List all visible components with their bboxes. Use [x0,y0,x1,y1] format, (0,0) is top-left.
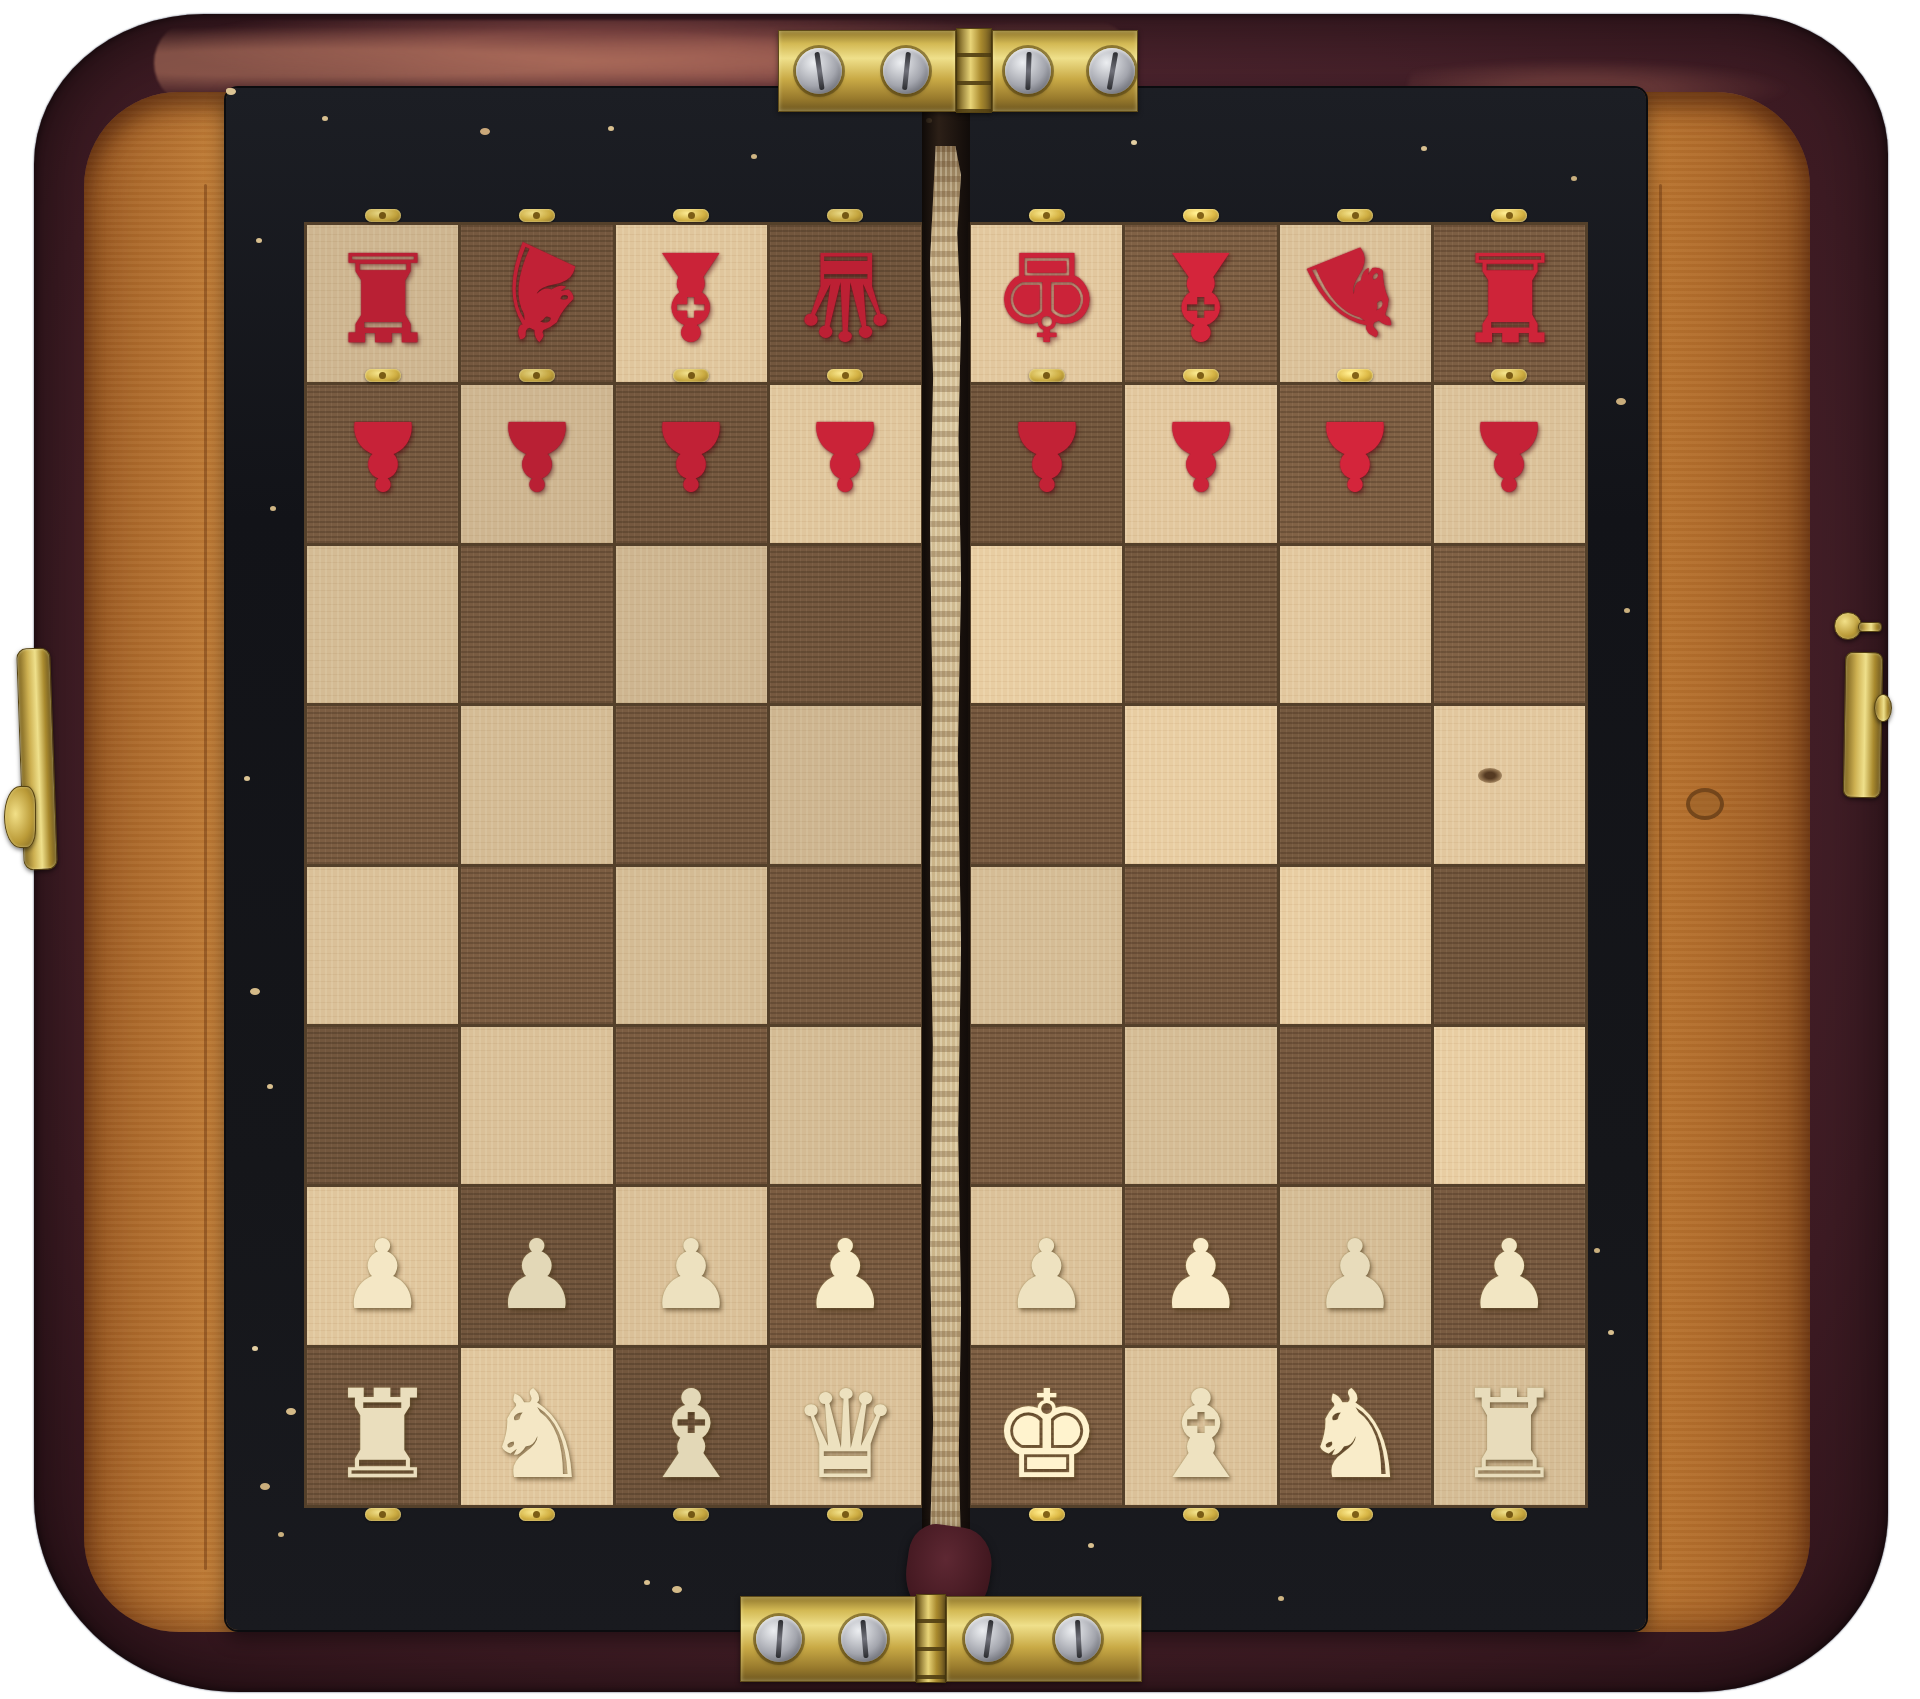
piece-red-bishop[interactable]: ♝ [616,216,767,373]
brass-peg-icon [519,1508,555,1521]
square-e5[interactable] [971,706,1122,863]
pawn-glyph: ♟ [340,407,426,503]
square-d7[interactable]: ♟ [770,385,921,542]
brass-peg-icon [1029,209,1065,222]
bishop-glyph: ♝ [1146,234,1255,356]
hinge-plate [946,1596,1142,1682]
square-c2[interactable]: ♟ [616,1187,767,1344]
piece-white-rook[interactable]: ♜ [307,1357,458,1514]
square-h7[interactable]: ♟ [1434,385,1585,542]
piece-red-rook[interactable]: ♜ [1434,216,1585,373]
piece-red-knight[interactable]: ♞ [461,216,612,373]
brass-peg-icon [519,369,555,382]
square-h4[interactable] [1434,867,1585,1024]
square-c3[interactable] [616,1027,767,1184]
pawn-glyph: ♟ [802,407,888,503]
piece-white-bishop[interactable]: ♝ [1125,1357,1276,1514]
square-h8[interactable]: ♜ [1434,225,1585,382]
left-clasp-knob [4,786,36,848]
brass-peg-icon [673,1508,709,1521]
brass-peg-icon [365,369,401,382]
hinge-plate [778,30,956,112]
square-g6[interactable] [1280,546,1431,703]
piece-white-knight[interactable]: ♞ [461,1357,612,1514]
square-b3[interactable] [461,1027,612,1184]
piece-red-queen[interactable]: ♛ [770,216,921,373]
square-h6[interactable] [1434,546,1585,703]
square-a8[interactable]: ♜ [307,225,458,382]
square-h3[interactable] [1434,1027,1585,1184]
pawn-glyph: ♟ [1004,407,1090,503]
square-f2[interactable]: ♟ [1125,1187,1276,1344]
screw-icon [756,1616,802,1662]
square-a6[interactable] [307,546,458,703]
square-b4[interactable] [461,867,612,1024]
center-fold [922,88,970,1630]
square-b8[interactable]: ♞ [461,225,612,382]
square-c5[interactable] [616,706,767,863]
square-b5[interactable] [461,706,612,863]
square-c8[interactable]: ♝ [616,225,767,382]
square-e1[interactable]: ♚ [971,1348,1122,1505]
pawn-glyph: ♟ [1158,407,1244,503]
square-a5[interactable] [307,706,458,863]
pawn-glyph: ♟ [1312,1227,1398,1323]
screw-icon [965,1616,1011,1662]
knight-glyph: ♞ [482,1374,591,1496]
square-c7[interactable]: ♟ [616,385,767,542]
rook-glyph: ♜ [328,1374,437,1496]
square-f1[interactable]: ♝ [1125,1348,1276,1505]
brass-peg-icon [1337,369,1373,382]
piece-red-knight[interactable]: ♞ [1280,216,1431,373]
piece-red-pawn[interactable]: ♟ [1125,376,1276,533]
square-g3[interactable] [1280,1027,1431,1184]
square-b2[interactable]: ♟ [461,1187,612,1344]
lining-seam-right [1659,184,1662,1570]
square-g2[interactable]: ♟ [1280,1187,1431,1344]
brass-peg-icon [1337,1508,1373,1521]
knight-glyph: ♞ [462,216,613,373]
king-glyph: ♚ [992,1374,1101,1496]
screw-icon [1005,48,1051,94]
wood-knot [1478,768,1502,783]
queen-glyph: ♛ [791,1374,900,1496]
piece-white-pawn[interactable]: ♟ [1280,1196,1431,1353]
hinge-plate [740,1596,916,1682]
top-hinge [778,30,1138,112]
pawn-glyph: ♟ [494,407,580,503]
travel-chess-set-photo: ♜♞♝♛♟♟♟♟♟♟♟♟♜♞♝♛ ♚♝♞♜♟♟♟♟♟♟♟♟♚♝♞♜ [0,0,1920,1699]
bishop-glyph: ♝ [1146,1374,1255,1496]
piece-red-pawn[interactable]: ♟ [1280,376,1431,533]
square-e3[interactable] [971,1027,1122,1184]
piece-red-pawn[interactable]: ♟ [770,376,921,533]
knight-glyph: ♞ [1282,218,1429,372]
right-clasp-bump [1874,694,1892,722]
piece-white-rook[interactable]: ♜ [1434,1357,1585,1514]
square-d5[interactable] [770,706,921,863]
hinge-knuckle [956,28,992,113]
square-g7[interactable]: ♟ [1280,385,1431,542]
pawn-glyph: ♟ [1312,407,1398,503]
rook-glyph: ♜ [1455,1374,1564,1496]
brass-peg-icon [827,1508,863,1521]
chessboard-right-leaf: ♚♝♞♜♟♟♟♟♟♟♟♟♚♝♞♜ [968,222,1588,1508]
square-f3[interactable] [1125,1027,1276,1184]
square-d8[interactable]: ♛ [770,225,921,382]
rook-glyph: ♜ [1455,234,1564,356]
square-f6[interactable] [1125,546,1276,703]
square-d1[interactable]: ♛ [770,1348,921,1505]
piece-red-pawn[interactable]: ♟ [1434,376,1585,533]
square-d2[interactable]: ♟ [770,1187,921,1344]
screw-icon [1089,48,1135,94]
chessboard-left-leaf: ♜♞♝♛♟♟♟♟♟♟♟♟♜♞♝♛ [304,222,924,1508]
square-e6[interactable] [971,546,1122,703]
brass-peg-icon [365,1508,401,1521]
piece-white-pawn[interactable]: ♟ [770,1196,921,1353]
brass-peg-icon [1491,209,1527,222]
hinge-plate [992,30,1138,112]
square-f5[interactable] [1125,706,1276,863]
brass-peg-icon [1491,1508,1527,1521]
brass-peg-icon [1491,369,1527,382]
square-a1[interactable]: ♜ [307,1348,458,1505]
piece-red-rook[interactable]: ♜ [307,216,458,373]
piece-white-pawn[interactable]: ♟ [461,1196,612,1353]
piece-red-bishop[interactable]: ♝ [1125,216,1276,373]
square-b1[interactable]: ♞ [461,1348,612,1505]
screw-icon [1055,1616,1101,1662]
pawn-glyph: ♟ [648,407,734,503]
square-a2[interactable]: ♟ [307,1187,458,1344]
pawn-glyph: ♟ [494,1227,580,1323]
brass-peg-icon [827,209,863,222]
piece-red-pawn[interactable]: ♟ [307,376,458,533]
brass-peg-icon [365,209,401,222]
screw-icon [841,1616,887,1662]
square-e2[interactable]: ♟ [971,1187,1122,1344]
square-d4[interactable] [770,867,921,1024]
square-b6[interactable] [461,546,612,703]
screw-icon [883,48,929,94]
brass-peg-icon [827,369,863,382]
right-clasp [1843,652,1884,799]
pawn-glyph: ♟ [1466,1227,1552,1323]
square-f4[interactable] [1125,867,1276,1024]
piece-white-pawn[interactable]: ♟ [307,1196,458,1353]
brass-peg-icon [1029,369,1065,382]
piece-white-pawn[interactable]: ♟ [1125,1196,1276,1353]
brass-peg-icon [1183,1508,1219,1521]
brass-peg-icon [1183,209,1219,222]
piece-red-king[interactable]: ♚ [971,216,1122,373]
square-a4[interactable] [307,867,458,1024]
square-g5[interactable] [1280,706,1431,863]
piece-red-pawn[interactable]: ♟ [616,376,767,533]
square-e7[interactable]: ♟ [971,385,1122,542]
pawn-glyph: ♟ [340,1227,426,1323]
pawn-glyph: ♟ [1158,1227,1244,1323]
piece-white-queen[interactable]: ♛ [770,1357,921,1514]
right-clasp-stem [1858,622,1882,632]
square-g8[interactable]: ♞ [1280,225,1431,382]
pawn-glyph: ♟ [802,1227,888,1323]
screw-icon [796,48,842,94]
brass-peg-icon [673,369,709,382]
piece-white-king[interactable]: ♚ [971,1357,1122,1514]
pawn-glyph: ♟ [1004,1227,1090,1323]
square-c1[interactable]: ♝ [616,1348,767,1505]
square-b7[interactable]: ♟ [461,385,612,542]
square-h5[interactable] [1434,706,1585,863]
square-g1[interactable]: ♞ [1280,1348,1431,1505]
piece-red-pawn[interactable]: ♟ [461,376,612,533]
knight-glyph: ♞ [1300,1374,1409,1496]
torn-cardboard-spine [930,146,961,1598]
brass-peg-icon [1183,369,1219,382]
rook-glyph: ♜ [328,234,437,356]
square-d3[interactable] [770,1027,921,1184]
pawn-glyph: ♟ [1466,407,1552,503]
bottom-hinge [740,1596,1142,1682]
square-e4[interactable] [971,867,1122,1024]
brass-peg-icon [1029,1508,1065,1521]
square-a7[interactable]: ♟ [307,385,458,542]
square-h2[interactable]: ♟ [1434,1187,1585,1344]
lining-eyelet [1686,788,1724,820]
square-f8[interactable]: ♝ [1125,225,1276,382]
piece-white-pawn[interactable]: ♟ [616,1196,767,1353]
square-h1[interactable]: ♜ [1434,1348,1585,1505]
square-e8[interactable]: ♚ [971,225,1122,382]
brass-peg-icon [673,209,709,222]
piece-white-pawn[interactable]: ♟ [971,1196,1122,1353]
square-c4[interactable] [616,867,767,1024]
square-d6[interactable] [770,546,921,703]
queen-glyph: ♛ [791,234,900,356]
square-g4[interactable] [1280,867,1431,1024]
piece-red-pawn[interactable]: ♟ [971,376,1122,533]
paint-chips [226,88,236,95]
square-f7[interactable]: ♟ [1125,385,1276,542]
bishop-glyph: ♝ [636,234,745,356]
hinge-knuckle [916,1594,946,1683]
square-c6[interactable] [616,546,767,703]
piece-white-knight[interactable]: ♞ [1280,1357,1431,1514]
bishop-glyph: ♝ [636,1374,745,1496]
square-a3[interactable] [307,1027,458,1184]
pawn-glyph: ♟ [648,1227,734,1323]
piece-white-pawn[interactable]: ♟ [1434,1196,1585,1353]
piece-white-bishop[interactable]: ♝ [616,1357,767,1514]
lining-seam-left [204,184,207,1570]
king-glyph: ♚ [992,234,1101,356]
